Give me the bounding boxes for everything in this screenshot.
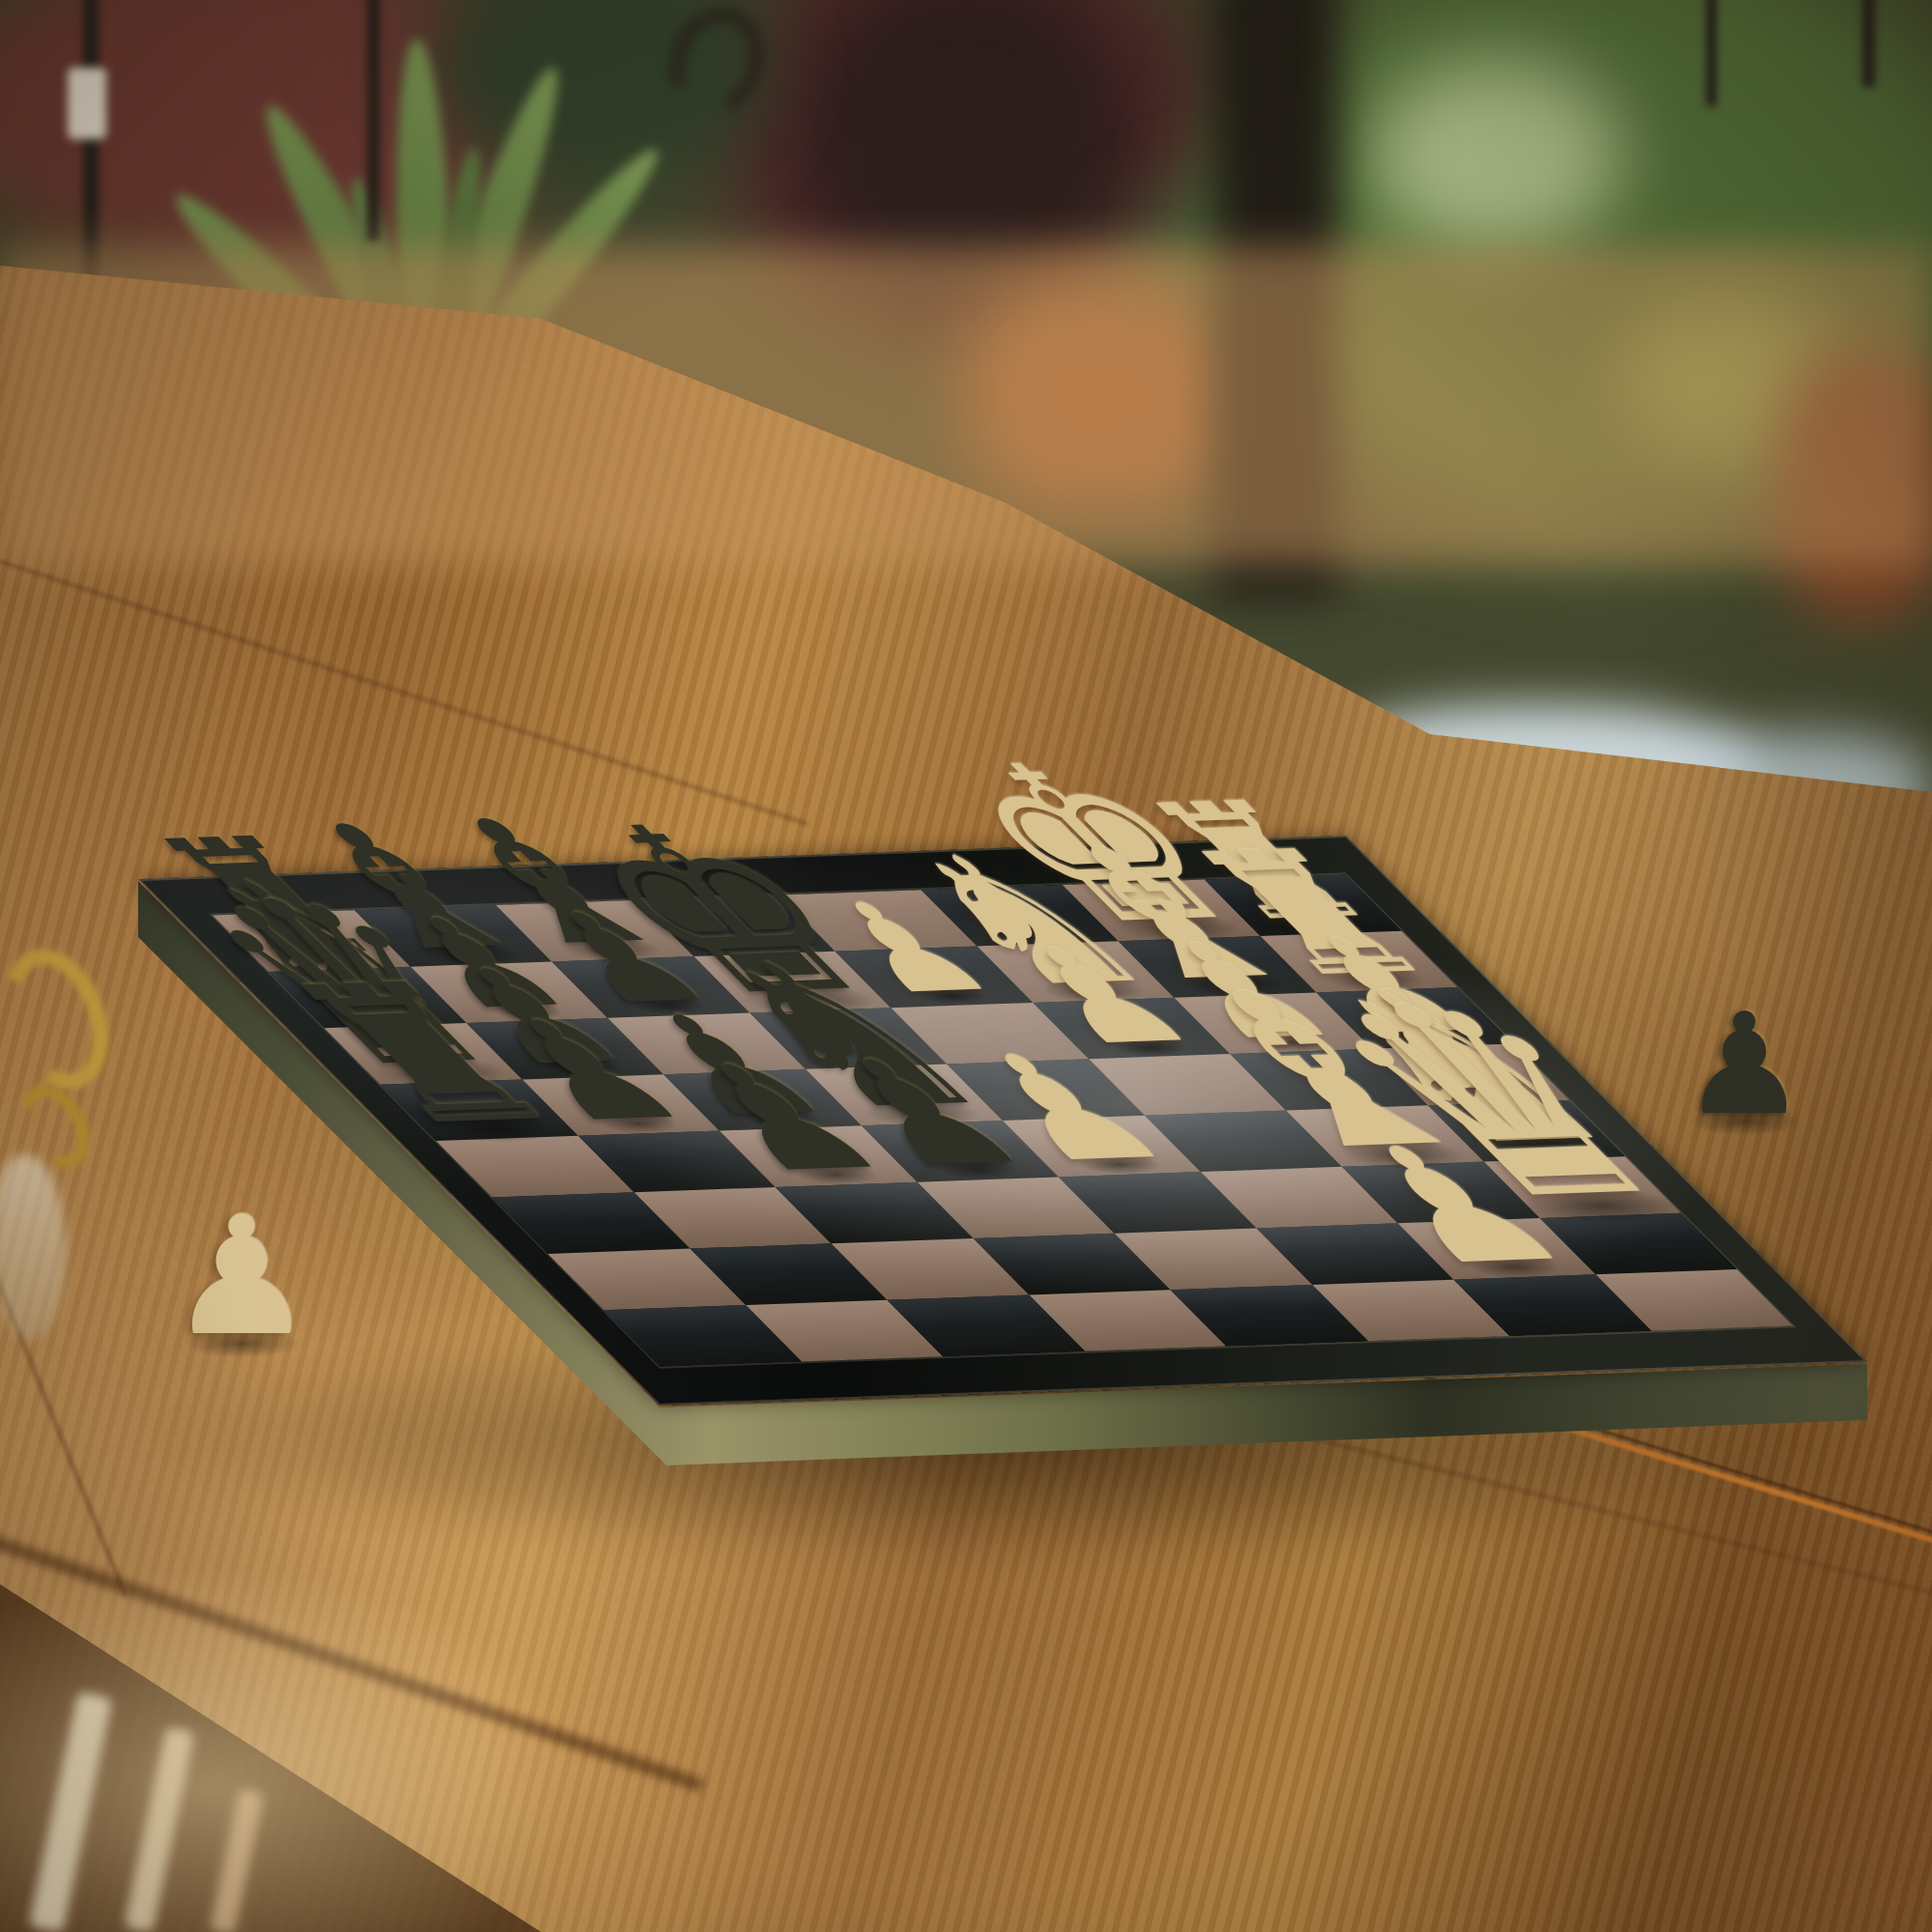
iron-rod-right bbox=[1706, 0, 1717, 106]
captured-black-pawn[interactable]: ♟ bbox=[1745, 1122, 1870, 1263]
black-pawn-glyph: ♟ bbox=[1682, 994, 1807, 1134]
outdoor-chess-photo: ♜♝♝♚♜♞♟♟♚♟♞♝♜♛♟♟♟♟♜♟♟♞♟♟♟♟♝♞♛♟ ♟ ♟ bbox=[0, 0, 1932, 1932]
table-depth-blur bbox=[0, 246, 1932, 565]
captured-white-pawn[interactable]: ♟ bbox=[241, 1345, 388, 1509]
candle-left bbox=[68, 68, 106, 139]
white-pawn-glyph: ♟ bbox=[168, 1194, 315, 1358]
foliage-highlight bbox=[1372, 58, 1623, 251]
iron-rod-far-right bbox=[1862, 0, 1875, 87]
iron-rod-mid bbox=[367, 0, 380, 241]
